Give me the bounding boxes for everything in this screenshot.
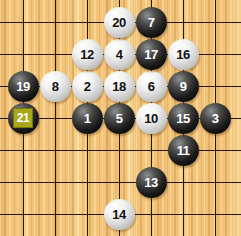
stone-black-21: 21: [8, 103, 39, 134]
go-board[interactable]: 123456789101112131415161718192021: [0, 0, 241, 236]
stone-white-10: 10: [136, 103, 167, 134]
stone-black-17: 17: [136, 39, 167, 70]
stone-black-13: 13: [136, 167, 167, 198]
stone-number: 15: [176, 112, 189, 125]
stone-number: 2: [84, 80, 91, 93]
stone-number: 10: [144, 112, 157, 125]
stone-number: 19: [16, 80, 29, 93]
stone-number: 18: [112, 80, 125, 93]
stone-black-15: 15: [168, 103, 199, 134]
stone-white-14: 14: [104, 199, 135, 230]
last-move-marker: 21: [13, 108, 33, 128]
stone-number: 11: [177, 144, 190, 157]
stone-white-16: 16: [168, 39, 199, 70]
stone-black-1: 1: [72, 103, 103, 134]
stone-number: 14: [112, 208, 125, 221]
stone-black-7: 7: [136, 7, 167, 38]
stone-number: 5: [116, 112, 123, 125]
stone-number: 17: [144, 48, 157, 61]
stone-number: 9: [180, 80, 187, 93]
stone-white-8: 8: [40, 71, 71, 102]
stone-black-3: 3: [200, 103, 231, 134]
stone-number: 7: [148, 16, 155, 29]
stone-white-20: 20: [104, 7, 135, 38]
stone-number: 8: [52, 80, 59, 93]
stone-black-5: 5: [104, 103, 135, 134]
stone-white-2: 2: [72, 71, 103, 102]
stone-number: 1: [84, 112, 91, 125]
stone-number: 4: [116, 48, 123, 61]
stone-number: 16: [176, 48, 189, 61]
stone-number: 20: [112, 16, 125, 29]
stone-white-6: 6: [136, 71, 167, 102]
stone-white-12: 12: [72, 39, 103, 70]
stone-white-4: 4: [104, 39, 135, 70]
grid-line-horizontal: [0, 150, 241, 151]
stone-number: 3: [212, 112, 219, 125]
stone-number: 13: [144, 176, 157, 189]
stone-number: 21: [17, 112, 29, 124]
stone-number: 12: [80, 48, 93, 61]
stone-white-18: 18: [104, 71, 135, 102]
stone-black-11: 11: [168, 135, 199, 166]
stone-number: 6: [148, 80, 155, 93]
grid-line-horizontal: [0, 182, 241, 183]
stone-black-9: 9: [168, 71, 199, 102]
stone-black-19: 19: [8, 71, 39, 102]
